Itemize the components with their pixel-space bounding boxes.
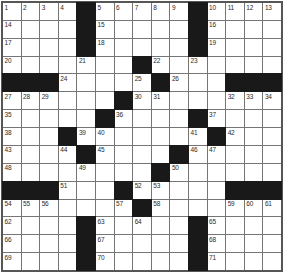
clue-number-28: 28 bbox=[23, 93, 30, 100]
clue-number-59: 59 bbox=[228, 200, 235, 207]
cell-r7c4[interactable] bbox=[59, 110, 77, 127]
clue-number-49: 49 bbox=[79, 164, 86, 171]
cell-r5c4[interactable]: 24 bbox=[59, 74, 77, 91]
cell-r14c9[interactable] bbox=[152, 235, 170, 252]
cell-r15c14[interactable] bbox=[245, 253, 263, 270]
cell-r9c2[interactable] bbox=[22, 146, 40, 163]
cell-r2c9[interactable] bbox=[152, 21, 170, 38]
blocked-cell-r7c6 bbox=[96, 110, 114, 127]
cell-r1c4[interactable]: 4 bbox=[59, 3, 77, 20]
cell-r7c9[interactable] bbox=[152, 110, 170, 127]
clue-number-17: 17 bbox=[5, 39, 12, 46]
cell-r6c14[interactable]: 33 bbox=[245, 92, 263, 109]
cell-r8c9[interactable] bbox=[152, 128, 170, 145]
blocked-cell-r15c11 bbox=[189, 253, 207, 270]
clue-number-7: 7 bbox=[135, 4, 138, 11]
blocked-cell-r5c13 bbox=[226, 74, 244, 91]
clue-number-18: 18 bbox=[98, 39, 105, 46]
clue-number-41: 41 bbox=[191, 129, 198, 136]
cell-r8c5[interactable]: 39 bbox=[77, 128, 95, 145]
cell-r1c6[interactable]: 5 bbox=[96, 3, 114, 20]
cell-r2c14[interactable] bbox=[245, 21, 263, 38]
cell-r8c2[interactable] bbox=[22, 128, 40, 145]
cell-r3c13[interactable] bbox=[226, 39, 244, 56]
cell-r3c15[interactable] bbox=[263, 39, 281, 56]
clue-number-36: 36 bbox=[116, 111, 123, 118]
cell-r15c7[interactable] bbox=[115, 253, 133, 270]
cell-r8c6[interactable]: 40 bbox=[96, 128, 114, 145]
cell-r11c4[interactable]: 51 bbox=[59, 182, 77, 199]
cell-r11c10[interactable] bbox=[170, 182, 188, 199]
blocked-cell-r11c2 bbox=[22, 182, 40, 199]
clue-number-33: 33 bbox=[246, 93, 253, 100]
cell-r6c5[interactable] bbox=[77, 92, 95, 109]
cell-r12c15[interactable]: 61 bbox=[263, 200, 281, 217]
cell-r10c3[interactable] bbox=[40, 164, 58, 181]
cell-r13c9[interactable] bbox=[152, 217, 170, 234]
blocked-cell-r9c10 bbox=[170, 146, 188, 163]
cell-r2c13[interactable] bbox=[226, 21, 244, 38]
cell-r4c14[interactable] bbox=[245, 57, 263, 74]
cell-r4c13[interactable] bbox=[226, 57, 244, 74]
cell-r3c12[interactable]: 19 bbox=[208, 39, 226, 56]
cell-r1c9[interactable]: 8 bbox=[152, 3, 170, 20]
clue-number-25: 25 bbox=[135, 75, 142, 82]
cell-r13c8[interactable]: 64 bbox=[133, 217, 151, 234]
cell-r15c12[interactable]: 71 bbox=[208, 253, 226, 270]
clue-number-69: 69 bbox=[5, 254, 12, 261]
clue-number-1: 1 bbox=[5, 4, 8, 11]
clue-number-8: 8 bbox=[153, 4, 156, 11]
cell-r3c2[interactable] bbox=[22, 39, 40, 56]
clue-number-66: 66 bbox=[5, 236, 12, 243]
cell-r13c12[interactable]: 65 bbox=[208, 217, 226, 234]
clue-number-16: 16 bbox=[209, 21, 216, 28]
cell-r7c3[interactable] bbox=[40, 110, 58, 127]
cell-r7c14[interactable] bbox=[245, 110, 263, 127]
blocked-cell-r5c2 bbox=[22, 74, 40, 91]
cell-r10c13[interactable] bbox=[226, 164, 244, 181]
cell-r3c6[interactable]: 18 bbox=[96, 39, 114, 56]
cell-r7c10[interactable] bbox=[170, 110, 188, 127]
cell-r15c13[interactable] bbox=[226, 253, 244, 270]
cell-r6c11[interactable] bbox=[189, 92, 207, 109]
cell-r2c6[interactable]: 15 bbox=[96, 21, 114, 38]
clue-number-50: 50 bbox=[172, 164, 179, 171]
cell-r1c13[interactable]: 11 bbox=[226, 3, 244, 20]
cell-r15c4[interactable] bbox=[59, 253, 77, 270]
cell-r13c4[interactable] bbox=[59, 217, 77, 234]
cell-r1c12[interactable]: 10 bbox=[208, 3, 226, 20]
cell-r2c8[interactable] bbox=[133, 21, 151, 38]
clue-number-19: 19 bbox=[209, 39, 216, 46]
cell-r12c5[interactable] bbox=[77, 200, 95, 217]
cell-r15c15[interactable] bbox=[263, 253, 281, 270]
cell-r8c1[interactable]: 38 bbox=[3, 128, 21, 145]
clue-number-56: 56 bbox=[42, 200, 49, 207]
cell-r3c10[interactable] bbox=[170, 39, 188, 56]
cell-r2c2[interactable] bbox=[22, 21, 40, 38]
clue-number-27: 27 bbox=[5, 93, 12, 100]
cell-r8c7[interactable] bbox=[115, 128, 133, 145]
cell-r4c6[interactable] bbox=[96, 57, 114, 74]
blocked-cell-r11c1 bbox=[3, 182, 21, 199]
cell-r11c12[interactable] bbox=[208, 182, 226, 199]
clue-number-53: 53 bbox=[153, 182, 160, 189]
clue-number-14: 14 bbox=[5, 21, 12, 28]
blocked-cell-r7c11 bbox=[189, 110, 207, 127]
cell-r7c1[interactable]: 35 bbox=[3, 110, 21, 127]
cell-r6c13[interactable]: 32 bbox=[226, 92, 244, 109]
blocked-cell-r5c3 bbox=[40, 74, 58, 91]
clue-number-58: 58 bbox=[153, 200, 160, 207]
cell-r11c11[interactable] bbox=[189, 182, 207, 199]
blocked-cell-r11c3 bbox=[40, 182, 58, 199]
cell-r11c5[interactable] bbox=[77, 182, 95, 199]
cell-r13c7[interactable] bbox=[115, 217, 133, 234]
cell-r13c1[interactable]: 62 bbox=[3, 217, 21, 234]
clue-number-51: 51 bbox=[60, 182, 67, 189]
cell-r5c6[interactable] bbox=[96, 74, 114, 91]
cell-r10c1[interactable]: 48 bbox=[3, 164, 21, 181]
cell-r12c4[interactable] bbox=[59, 200, 77, 217]
cell-r14c3[interactable] bbox=[40, 235, 58, 252]
clue-number-64: 64 bbox=[135, 218, 142, 225]
cell-r10c11[interactable] bbox=[189, 164, 207, 181]
cell-r9c3[interactable] bbox=[40, 146, 58, 163]
cell-r5c11[interactable] bbox=[189, 74, 207, 91]
blocked-cell-r11c13 bbox=[226, 182, 244, 199]
cell-r1c1[interactable]: 1 bbox=[3, 3, 21, 20]
cell-r5c10[interactable]: 26 bbox=[170, 74, 188, 91]
clue-number-37: 37 bbox=[209, 111, 216, 118]
clue-number-55: 55 bbox=[23, 200, 30, 207]
clue-number-67: 67 bbox=[98, 236, 105, 243]
cell-r10c14[interactable] bbox=[245, 164, 263, 181]
cell-r3c14[interactable] bbox=[245, 39, 263, 56]
cell-r14c2[interactable] bbox=[22, 235, 40, 252]
cell-r4c11[interactable]: 23 bbox=[189, 57, 207, 74]
clue-number-9: 9 bbox=[172, 4, 175, 11]
cell-r6c9[interactable]: 31 bbox=[152, 92, 170, 109]
clue-number-24: 24 bbox=[60, 75, 67, 82]
cell-r4c15[interactable] bbox=[263, 57, 281, 74]
cell-r8c15[interactable] bbox=[263, 128, 281, 145]
clue-number-35: 35 bbox=[5, 111, 12, 118]
clue-number-2: 2 bbox=[23, 4, 26, 11]
cell-r8c14[interactable] bbox=[245, 128, 263, 145]
cell-r14c12[interactable]: 68 bbox=[208, 235, 226, 252]
blocked-cell-r12c8 bbox=[133, 200, 151, 217]
cell-r3c8[interactable] bbox=[133, 39, 151, 56]
cell-r4c4[interactable] bbox=[59, 57, 77, 74]
blocked-cell-r3c11 bbox=[189, 39, 207, 56]
cell-r12c11[interactable] bbox=[189, 200, 207, 217]
cell-r15c3[interactable] bbox=[40, 253, 58, 270]
clue-number-71: 71 bbox=[209, 254, 216, 261]
cell-r14c10[interactable] bbox=[170, 235, 188, 252]
clue-number-30: 30 bbox=[135, 93, 142, 100]
blocked-cell-r6c7 bbox=[115, 92, 133, 109]
cell-r10c4[interactable] bbox=[59, 164, 77, 181]
cell-r14c7[interactable] bbox=[115, 235, 133, 252]
clue-number-3: 3 bbox=[42, 4, 45, 11]
cell-r10c10[interactable]: 50 bbox=[170, 164, 188, 181]
cell-r2c7[interactable] bbox=[115, 21, 133, 38]
cell-r12c14[interactable]: 60 bbox=[245, 200, 263, 217]
cell-r10c6[interactable] bbox=[96, 164, 114, 181]
cell-r1c8[interactable]: 7 bbox=[133, 3, 151, 20]
cell-r14c13[interactable] bbox=[226, 235, 244, 252]
clue-number-57: 57 bbox=[116, 200, 123, 207]
clue-number-70: 70 bbox=[98, 254, 105, 261]
cell-r1c3[interactable]: 3 bbox=[40, 3, 58, 20]
cell-r3c4[interactable] bbox=[59, 39, 77, 56]
cell-r14c14[interactable] bbox=[245, 235, 263, 252]
cell-r12c13[interactable]: 59 bbox=[226, 200, 244, 217]
clue-number-29: 29 bbox=[42, 93, 49, 100]
blocked-cell-r5c14 bbox=[245, 74, 263, 91]
cell-r7c7[interactable]: 36 bbox=[115, 110, 133, 127]
blocked-cell-r11c14 bbox=[245, 182, 263, 199]
cell-r3c1[interactable]: 17 bbox=[3, 39, 21, 56]
cell-r9c8[interactable] bbox=[133, 146, 151, 163]
clue-number-6: 6 bbox=[116, 4, 119, 11]
clue-number-21: 21 bbox=[79, 57, 86, 64]
cell-r13c10[interactable] bbox=[170, 217, 188, 234]
cell-r2c10[interactable] bbox=[170, 21, 188, 38]
cell-r5c5[interactable] bbox=[77, 74, 95, 91]
cell-r13c13[interactable] bbox=[226, 217, 244, 234]
blocked-cell-r1c11 bbox=[189, 3, 207, 20]
cell-r12c12[interactable] bbox=[208, 200, 226, 217]
cell-r14c15[interactable] bbox=[263, 235, 281, 252]
clue-number-38: 38 bbox=[5, 129, 12, 136]
clue-number-34: 34 bbox=[265, 93, 272, 100]
clue-number-52: 52 bbox=[135, 182, 142, 189]
cell-r8c8[interactable] bbox=[133, 128, 151, 145]
cell-r15c6[interactable]: 70 bbox=[96, 253, 114, 270]
clue-number-20: 20 bbox=[5, 57, 12, 64]
clue-number-39: 39 bbox=[79, 129, 86, 136]
cell-r10c2[interactable] bbox=[22, 164, 40, 181]
cell-r12c3[interactable]: 56 bbox=[40, 200, 58, 217]
cell-r7c15[interactable] bbox=[263, 110, 281, 127]
clue-number-4: 4 bbox=[60, 4, 63, 11]
clue-number-23: 23 bbox=[191, 57, 198, 64]
cell-r9c14[interactable] bbox=[245, 146, 263, 163]
cell-r13c3[interactable] bbox=[40, 217, 58, 234]
clue-number-42: 42 bbox=[228, 129, 235, 136]
blocked-cell-r9c5 bbox=[77, 146, 95, 163]
blocked-cell-r14c5 bbox=[77, 235, 95, 252]
cell-r4c3[interactable] bbox=[40, 57, 58, 74]
cell-r4c1[interactable]: 20 bbox=[3, 57, 21, 74]
cell-r8c10[interactable] bbox=[170, 128, 188, 145]
clue-number-11: 11 bbox=[228, 4, 234, 11]
clue-number-40: 40 bbox=[98, 129, 105, 136]
blocked-cell-r10c9 bbox=[152, 164, 170, 181]
cell-r15c9[interactable] bbox=[152, 253, 170, 270]
cell-r12c2[interactable]: 55 bbox=[22, 200, 40, 217]
clue-number-13: 13 bbox=[265, 4, 272, 11]
cell-r6c1[interactable]: 27 bbox=[3, 92, 21, 109]
cell-r15c1[interactable]: 69 bbox=[3, 253, 21, 270]
cell-r9c4[interactable]: 44 bbox=[59, 146, 77, 163]
blocked-cell-r15c5 bbox=[77, 253, 95, 270]
cell-r10c7[interactable] bbox=[115, 164, 133, 181]
cell-r7c2[interactable] bbox=[22, 110, 40, 127]
cell-r1c14[interactable]: 12 bbox=[245, 3, 263, 20]
cell-r15c10[interactable] bbox=[170, 253, 188, 270]
cell-r12c9[interactable]: 58 bbox=[152, 200, 170, 217]
cell-r10c5[interactable]: 49 bbox=[77, 164, 95, 181]
cell-r8c13[interactable]: 42 bbox=[226, 128, 244, 145]
clue-number-10: 10 bbox=[209, 4, 216, 11]
cell-r9c9[interactable] bbox=[152, 146, 170, 163]
clue-number-46: 46 bbox=[191, 146, 198, 153]
cell-r7c12[interactable]: 37 bbox=[208, 110, 226, 127]
cell-r2c1[interactable]: 14 bbox=[3, 21, 21, 38]
cell-r4c12[interactable] bbox=[208, 57, 226, 74]
blocked-cell-r13c11 bbox=[189, 217, 207, 234]
cell-r3c3[interactable] bbox=[40, 39, 58, 56]
cell-r8c3[interactable] bbox=[40, 128, 58, 145]
clue-number-54: 54 bbox=[5, 200, 12, 207]
cell-r14c8[interactable] bbox=[133, 235, 151, 252]
cell-r9c11[interactable]: 46 bbox=[189, 146, 207, 163]
cell-r6c4[interactable] bbox=[59, 92, 77, 109]
cell-r9c13[interactable] bbox=[226, 146, 244, 163]
cell-r4c2[interactable] bbox=[22, 57, 40, 74]
blocked-cell-r3c5 bbox=[77, 39, 95, 56]
cell-r4c10[interactable] bbox=[170, 57, 188, 74]
cell-r2c12[interactable]: 16 bbox=[208, 21, 226, 38]
cell-r4c7[interactable] bbox=[115, 57, 133, 74]
cell-r6c6[interactable] bbox=[96, 92, 114, 109]
cell-r12c1[interactable]: 54 bbox=[3, 200, 21, 217]
cell-r7c5[interactable] bbox=[77, 110, 95, 127]
blocked-cell-r2c5 bbox=[77, 21, 95, 38]
clue-number-31: 31 bbox=[153, 93, 160, 100]
cell-r14c1[interactable]: 66 bbox=[3, 235, 21, 252]
cell-r7c13[interactable] bbox=[226, 110, 244, 127]
cell-r9c15[interactable] bbox=[263, 146, 281, 163]
cell-r3c9[interactable] bbox=[152, 39, 170, 56]
cell-r9c1[interactable]: 43 bbox=[3, 146, 21, 163]
cell-r11c6[interactable] bbox=[96, 182, 114, 199]
blocked-cell-r8c4 bbox=[59, 128, 77, 145]
clue-number-61: 61 bbox=[265, 200, 272, 207]
clue-number-62: 62 bbox=[5, 218, 12, 225]
cell-r13c14[interactable] bbox=[245, 217, 263, 234]
cell-r13c6[interactable]: 63 bbox=[96, 217, 114, 234]
cell-r10c8[interactable] bbox=[133, 164, 151, 181]
blocked-cell-r8c12 bbox=[208, 128, 226, 145]
clue-number-15: 15 bbox=[98, 21, 105, 28]
clue-number-5: 5 bbox=[98, 4, 101, 11]
blocked-cell-r14c11 bbox=[189, 235, 207, 252]
blocked-cell-r1c5 bbox=[77, 3, 95, 20]
cell-r2c15[interactable] bbox=[263, 21, 281, 38]
cell-r6c15[interactable]: 34 bbox=[263, 92, 281, 109]
clue-number-60: 60 bbox=[246, 200, 253, 207]
cell-r6c3[interactable]: 29 bbox=[40, 92, 58, 109]
clue-number-48: 48 bbox=[5, 164, 12, 171]
blocked-cell-r11c7 bbox=[115, 182, 133, 199]
cell-r6c10[interactable] bbox=[170, 92, 188, 109]
clue-number-65: 65 bbox=[209, 218, 216, 225]
cell-r9c7[interactable] bbox=[115, 146, 133, 163]
cell-r13c2[interactable] bbox=[22, 217, 40, 234]
cell-r1c10[interactable]: 9 bbox=[170, 3, 188, 20]
blocked-cell-r5c9 bbox=[152, 74, 170, 91]
cell-r6c12[interactable] bbox=[208, 92, 226, 109]
clue-number-68: 68 bbox=[209, 236, 216, 243]
cell-r13c15[interactable] bbox=[263, 217, 281, 234]
cell-r10c12[interactable] bbox=[208, 164, 226, 181]
cell-r9c6[interactable]: 45 bbox=[96, 146, 114, 163]
blocked-cell-r11c15 bbox=[263, 182, 281, 199]
cell-r1c7[interactable]: 6 bbox=[115, 3, 133, 20]
cell-r2c4[interactable] bbox=[59, 21, 77, 38]
cell-r9c12[interactable]: 47 bbox=[208, 146, 226, 163]
crossword-grid: 1234567891011121314151617181920212223242… bbox=[1, 1, 283, 272]
cell-r15c8[interactable] bbox=[133, 253, 151, 270]
cell-r6c2[interactable]: 28 bbox=[22, 92, 40, 109]
cell-r11c8[interactable]: 52 bbox=[133, 182, 151, 199]
clue-number-43: 43 bbox=[5, 146, 12, 153]
cell-r2c3[interactable] bbox=[40, 21, 58, 38]
cell-r1c2[interactable]: 2 bbox=[22, 3, 40, 20]
clue-number-44: 44 bbox=[60, 146, 67, 153]
cell-r11c9[interactable]: 53 bbox=[152, 182, 170, 199]
clue-number-63: 63 bbox=[98, 218, 105, 225]
clue-number-32: 32 bbox=[228, 93, 235, 100]
cell-r5c8[interactable]: 25 bbox=[133, 74, 151, 91]
blocked-cell-r4c8 bbox=[133, 57, 151, 74]
cell-r3c7[interactable] bbox=[115, 39, 133, 56]
blocked-cell-r5c15 bbox=[263, 74, 281, 91]
cell-r5c12[interactable] bbox=[208, 74, 226, 91]
cell-r15c2[interactable] bbox=[22, 253, 40, 270]
cell-r14c6[interactable]: 67 bbox=[96, 235, 114, 252]
cell-r12c6[interactable] bbox=[96, 200, 114, 217]
cell-r14c4[interactable] bbox=[59, 235, 77, 252]
cell-r12c7[interactable]: 57 bbox=[115, 200, 133, 217]
blocked-cell-r5c1 bbox=[3, 74, 21, 91]
cell-r4c5[interactable]: 21 bbox=[77, 57, 95, 74]
cell-r7c8[interactable] bbox=[133, 110, 151, 127]
cell-r10c15[interactable] bbox=[263, 164, 281, 181]
cell-r5c7[interactable] bbox=[115, 74, 133, 91]
clue-number-45: 45 bbox=[98, 146, 105, 153]
cell-r8c11[interactable]: 41 bbox=[189, 128, 207, 145]
blocked-cell-r2c11 bbox=[189, 21, 207, 38]
cell-r6c8[interactable]: 30 bbox=[133, 92, 151, 109]
clue-number-12: 12 bbox=[246, 4, 253, 11]
clue-number-22: 22 bbox=[153, 57, 160, 64]
clue-number-26: 26 bbox=[172, 75, 179, 82]
cell-r4c9[interactable]: 22 bbox=[152, 57, 170, 74]
cell-r1c15[interactable]: 13 bbox=[263, 3, 281, 20]
blocked-cell-r13c5 bbox=[77, 217, 95, 234]
clue-number-47: 47 bbox=[209, 146, 216, 153]
cell-r12c10[interactable] bbox=[170, 200, 188, 217]
